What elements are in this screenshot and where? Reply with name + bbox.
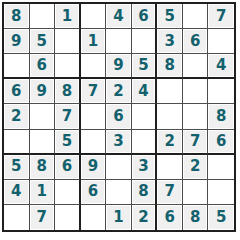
cell-r7c4[interactable]: 9	[81, 155, 107, 180]
cell-r1c9[interactable]: 7	[208, 4, 234, 29]
cell-r7c3[interactable]: 6	[55, 155, 81, 180]
cell-r3c3[interactable]	[55, 54, 81, 79]
sudoku-screen: 8146579513669584698724276853276586932416…	[0, 0, 240, 240]
cell-r2c3[interactable]	[55, 29, 81, 54]
cell-r1c4[interactable]	[81, 4, 107, 29]
cell-r1c7[interactable]: 5	[157, 4, 183, 29]
cell-r4c9[interactable]	[208, 79, 234, 104]
cell-r4c2[interactable]: 9	[30, 79, 56, 104]
cell-r1c3[interactable]: 1	[55, 4, 81, 29]
cell-r5c3[interactable]: 7	[55, 104, 81, 129]
cell-r6c9[interactable]: 6	[208, 130, 234, 155]
cell-r4c5[interactable]: 2	[106, 79, 132, 104]
cell-r3c5[interactable]: 9	[106, 54, 132, 79]
cell-r7c2[interactable]: 8	[30, 155, 56, 180]
cell-r6c3[interactable]: 5	[55, 130, 81, 155]
cell-r9c1[interactable]	[4, 205, 30, 230]
cell-r1c5[interactable]: 4	[106, 4, 132, 29]
cell-r9c7[interactable]: 6	[157, 205, 183, 230]
cell-r4c7[interactable]	[157, 79, 183, 104]
cell-r5c5[interactable]: 6	[106, 104, 132, 129]
cell-r1c6[interactable]: 6	[132, 4, 158, 29]
cell-r8c5[interactable]	[106, 180, 132, 205]
cell-r4c1[interactable]: 6	[4, 79, 30, 104]
cell-r3c4[interactable]	[81, 54, 107, 79]
cell-r3c8[interactable]	[183, 54, 209, 79]
cell-r3c6[interactable]: 5	[132, 54, 158, 79]
cell-r6c1[interactable]	[4, 130, 30, 155]
cell-r2c5[interactable]	[106, 29, 132, 54]
cell-r2c2[interactable]: 5	[30, 29, 56, 54]
cell-r8c4[interactable]: 6	[81, 180, 107, 205]
cell-r3c7[interactable]: 8	[157, 54, 183, 79]
cell-r3c2[interactable]: 6	[30, 54, 56, 79]
cell-r8c1[interactable]: 4	[4, 180, 30, 205]
cell-r2c8[interactable]: 6	[183, 29, 209, 54]
cell-r2c6[interactable]	[132, 29, 158, 54]
sudoku-grid: 8146579513669584698724276853276586932416…	[4, 4, 234, 230]
cell-r5c7[interactable]	[157, 104, 183, 129]
cell-r5c8[interactable]	[183, 104, 209, 129]
cell-r2c1[interactable]: 9	[4, 29, 30, 54]
cell-r5c1[interactable]: 2	[4, 104, 30, 129]
cell-r3c1[interactable]	[4, 54, 30, 79]
cell-r6c2[interactable]	[30, 130, 56, 155]
cell-r7c8[interactable]: 2	[183, 155, 209, 180]
cell-r6c4[interactable]	[81, 130, 107, 155]
cell-r1c2[interactable]	[30, 4, 56, 29]
cell-r6c6[interactable]	[132, 130, 158, 155]
cell-r9c3[interactable]	[55, 205, 81, 230]
cell-r8c6[interactable]: 8	[132, 180, 158, 205]
cell-r4c3[interactable]: 8	[55, 79, 81, 104]
cell-r9c2[interactable]: 7	[30, 205, 56, 230]
cell-r9c4[interactable]	[81, 205, 107, 230]
sudoku-board: 8146579513669584698724276853276586932416…	[2, 2, 236, 232]
cell-r3c9[interactable]: 4	[208, 54, 234, 79]
cell-r4c8[interactable]	[183, 79, 209, 104]
cell-r2c7[interactable]: 3	[157, 29, 183, 54]
cell-r6c5[interactable]: 3	[106, 130, 132, 155]
cell-r5c9[interactable]: 8	[208, 104, 234, 129]
cell-r6c7[interactable]: 2	[157, 130, 183, 155]
cell-r8c7[interactable]: 7	[157, 180, 183, 205]
cell-r2c9[interactable]	[208, 29, 234, 54]
cell-r7c9[interactable]	[208, 155, 234, 180]
cell-r1c8[interactable]	[183, 4, 209, 29]
cell-r5c6[interactable]	[132, 104, 158, 129]
cell-r5c2[interactable]	[30, 104, 56, 129]
cell-r8c2[interactable]: 1	[30, 180, 56, 205]
cell-r1c1[interactable]: 8	[4, 4, 30, 29]
cell-r7c6[interactable]: 3	[132, 155, 158, 180]
cell-r9c8[interactable]: 8	[183, 205, 209, 230]
cell-r9c9[interactable]: 5	[208, 205, 234, 230]
cell-r4c6[interactable]: 4	[132, 79, 158, 104]
cell-r9c5[interactable]: 1	[106, 205, 132, 230]
cell-r8c3[interactable]	[55, 180, 81, 205]
cell-r8c9[interactable]	[208, 180, 234, 205]
cell-r2c4[interactable]: 1	[81, 29, 107, 54]
cell-r8c8[interactable]	[183, 180, 209, 205]
cell-r9c6[interactable]: 2	[132, 205, 158, 230]
cell-r7c1[interactable]: 5	[4, 155, 30, 180]
cell-r4c4[interactable]: 7	[81, 79, 107, 104]
cell-r7c5[interactable]	[106, 155, 132, 180]
cell-r7c7[interactable]	[157, 155, 183, 180]
cell-r5c4[interactable]	[81, 104, 107, 129]
cell-r6c8[interactable]: 7	[183, 130, 209, 155]
